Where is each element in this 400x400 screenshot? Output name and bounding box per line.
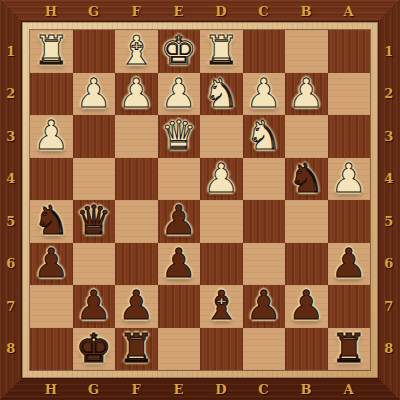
square-d8[interactable] <box>200 328 243 371</box>
square-b2[interactable]: ♟ <box>285 73 328 116</box>
square-a5[interactable] <box>328 200 371 243</box>
square-a4[interactable]: ♟ <box>328 158 371 201</box>
square-b1[interactable] <box>285 30 328 73</box>
square-f2[interactable]: ♟ <box>115 73 158 116</box>
white-queen-e3[interactable]: ♛ <box>161 115 197 155</box>
white-pawn-b2[interactable]: ♟ <box>288 73 324 113</box>
black-knight-b4[interactable]: ♞ <box>288 158 324 198</box>
square-e7[interactable] <box>158 285 201 328</box>
square-c2[interactable]: ♟ <box>243 73 286 116</box>
black-rook-f8[interactable]: ♜ <box>118 328 154 368</box>
rank-label-4: 4 <box>378 158 400 201</box>
square-a7[interactable] <box>328 285 371 328</box>
file-label-d: D <box>200 378 243 400</box>
file-label-e: E <box>158 378 201 400</box>
white-pawn-e2[interactable]: ♟ <box>161 73 197 113</box>
square-g3[interactable] <box>73 115 116 158</box>
square-e3[interactable]: ♛ <box>158 115 201 158</box>
square-g1[interactable] <box>73 30 116 73</box>
file-labels-bottom: HGFEDCBA <box>30 378 370 400</box>
white-rook-d1[interactable]: ♜ <box>203 30 239 70</box>
rank-labels-left: 12345678 <box>0 30 22 370</box>
square-e2[interactable]: ♟ <box>158 73 201 116</box>
square-f3[interactable] <box>115 115 158 158</box>
white-pawn-g2[interactable]: ♟ <box>76 73 112 113</box>
square-a8[interactable]: ♜ <box>328 328 371 371</box>
rank-label-5: 5 <box>0 200 22 243</box>
file-label-f: F <box>115 378 158 400</box>
file-label-b: B <box>285 378 328 400</box>
black-rook-a8[interactable]: ♜ <box>331 328 367 368</box>
square-f1[interactable]: ♝ <box>115 30 158 73</box>
rank-label-3: 3 <box>0 115 22 158</box>
square-b8[interactable] <box>285 328 328 371</box>
square-c1[interactable] <box>243 30 286 73</box>
square-h1[interactable]: ♜ <box>30 30 73 73</box>
rank-label-6: 6 <box>0 243 22 286</box>
rank-label-2: 2 <box>0 73 22 116</box>
square-h5[interactable]: ♞ <box>30 200 73 243</box>
black-king-g8[interactable]: ♚ <box>76 328 112 368</box>
square-g6[interactable] <box>73 243 116 286</box>
rank-label-4: 4 <box>0 158 22 201</box>
rank-label-2: 2 <box>378 73 400 116</box>
white-pawn-d4[interactable]: ♟ <box>203 158 239 198</box>
white-king-e1[interactable]: ♚ <box>161 30 197 70</box>
rank-label-8: 8 <box>378 328 400 371</box>
square-b6[interactable] <box>285 243 328 286</box>
square-a3[interactable] <box>328 115 371 158</box>
rank-label-7: 7 <box>0 285 22 328</box>
black-pawn-f7[interactable]: ♟ <box>118 285 154 325</box>
black-pawn-h6[interactable]: ♟ <box>33 243 69 283</box>
white-pawn-c2[interactable]: ♟ <box>246 73 282 113</box>
square-a1[interactable] <box>328 30 371 73</box>
square-a6[interactable]: ♟ <box>328 243 371 286</box>
file-label-g: G <box>73 378 116 400</box>
rank-label-7: 7 <box>378 285 400 328</box>
square-d7[interactable]: ♝ <box>200 285 243 328</box>
square-g7[interactable]: ♟ <box>73 285 116 328</box>
rank-label-3: 3 <box>378 115 400 158</box>
black-pawn-e6[interactable]: ♟ <box>161 243 197 283</box>
square-b4[interactable]: ♞ <box>285 158 328 201</box>
square-c6[interactable] <box>243 243 286 286</box>
square-d4[interactable]: ♟ <box>200 158 243 201</box>
square-e8[interactable] <box>158 328 201 371</box>
square-c5[interactable] <box>243 200 286 243</box>
black-pawn-a6[interactable]: ♟ <box>331 243 367 283</box>
file-label-h: H <box>30 378 73 400</box>
white-rook-h1[interactable]: ♜ <box>33 30 69 70</box>
file-label-e: E <box>158 0 201 22</box>
square-b3[interactable] <box>285 115 328 158</box>
black-pawn-b7[interactable]: ♟ <box>288 285 324 325</box>
square-f5[interactable] <box>115 200 158 243</box>
rank-label-8: 8 <box>0 328 22 371</box>
square-g2[interactable]: ♟ <box>73 73 116 116</box>
white-knight-d2[interactable]: ♞ <box>203 73 239 113</box>
square-d2[interactable]: ♞ <box>200 73 243 116</box>
black-pawn-c7[interactable]: ♟ <box>246 285 282 325</box>
square-g5[interactable]: ♛ <box>73 200 116 243</box>
rank-labels-right: 12345678 <box>378 30 400 370</box>
file-label-f: F <box>115 0 158 22</box>
rank-label-1: 1 <box>378 30 400 73</box>
square-c7[interactable]: ♟ <box>243 285 286 328</box>
square-d6[interactable] <box>200 243 243 286</box>
black-knight-h5[interactable]: ♞ <box>33 200 69 240</box>
black-pawn-e5[interactable]: ♟ <box>161 200 197 240</box>
square-e1[interactable]: ♚ <box>158 30 201 73</box>
square-f4[interactable] <box>115 158 158 201</box>
file-label-a: A <box>328 0 371 22</box>
file-label-d: D <box>200 0 243 22</box>
white-pawn-f2[interactable]: ♟ <box>118 73 154 113</box>
square-g8[interactable]: ♚ <box>73 328 116 371</box>
square-h3[interactable]: ♟ <box>30 115 73 158</box>
rank-label-6: 6 <box>378 243 400 286</box>
black-queen-g5[interactable]: ♛ <box>76 200 112 240</box>
file-label-b: B <box>285 0 328 22</box>
square-e6[interactable]: ♟ <box>158 243 201 286</box>
file-label-c: C <box>243 0 286 22</box>
file-label-a: A <box>328 378 371 400</box>
square-c3[interactable]: ♞ <box>243 115 286 158</box>
square-e5[interactable]: ♟ <box>158 200 201 243</box>
square-d3[interactable] <box>200 115 243 158</box>
board-grid: ♜♝♚♜♟♟♟♞♟♟♟♛♞♟♞♟♞♛♟♟♟♟♟♟♝♟♟♚♜♜ <box>30 30 370 370</box>
square-g4[interactable] <box>73 158 116 201</box>
square-f6[interactable] <box>115 243 158 286</box>
file-label-c: C <box>243 378 286 400</box>
rank-label-5: 5 <box>378 200 400 243</box>
square-c4[interactable] <box>243 158 286 201</box>
square-d5[interactable] <box>200 200 243 243</box>
square-h4[interactable] <box>30 158 73 201</box>
black-bishop-d7[interactable]: ♝ <box>203 285 239 325</box>
square-d1[interactable]: ♜ <box>200 30 243 73</box>
square-a2[interactable] <box>328 73 371 116</box>
square-h7[interactable] <box>30 285 73 328</box>
square-f8[interactable]: ♜ <box>115 328 158 371</box>
square-b7[interactable]: ♟ <box>285 285 328 328</box>
square-h6[interactable]: ♟ <box>30 243 73 286</box>
square-h2[interactable] <box>30 73 73 116</box>
white-knight-c3[interactable]: ♞ <box>246 115 282 155</box>
white-pawn-h3[interactable]: ♟ <box>33 115 69 155</box>
file-labels-top: HGFEDCBA <box>30 0 370 22</box>
white-pawn-a4[interactable]: ♟ <box>331 158 367 198</box>
white-bishop-f1[interactable]: ♝ <box>118 30 154 70</box>
file-label-g: G <box>73 0 116 22</box>
rank-label-1: 1 <box>0 30 22 73</box>
square-f7[interactable]: ♟ <box>115 285 158 328</box>
square-c8[interactable] <box>243 328 286 371</box>
file-label-h: H <box>30 0 73 22</box>
square-e4[interactable] <box>158 158 201 201</box>
square-h8[interactable] <box>30 328 73 371</box>
square-b5[interactable] <box>285 200 328 243</box>
chessboard: HGFEDCBA HGFEDCBA 12345678 12345678 ♜♝♚♜… <box>0 0 400 400</box>
black-pawn-g7[interactable]: ♟ <box>76 285 112 325</box>
